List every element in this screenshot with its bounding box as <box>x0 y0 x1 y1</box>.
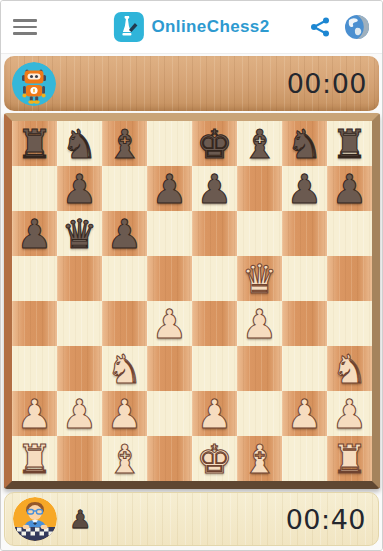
app-header: OnlineChess2 <box>1 1 382 54</box>
black-knight[interactable]: ♞ <box>62 124 98 164</box>
square-d7[interactable]: ♟ <box>147 166 192 211</box>
globe-icon[interactable] <box>344 14 370 40</box>
square-f6[interactable] <box>237 211 282 256</box>
square-g7[interactable]: ♟ <box>282 166 327 211</box>
white-queen[interactable]: ♛ <box>242 259 278 299</box>
menu-button[interactable] <box>13 19 37 35</box>
square-d4[interactable]: ♟ <box>147 301 192 346</box>
square-h7[interactable]: ♟ <box>327 166 372 211</box>
square-h5[interactable] <box>327 256 372 301</box>
square-g4[interactable] <box>282 301 327 346</box>
square-a5[interactable] <box>12 256 57 301</box>
square-a6[interactable]: ♟ <box>12 211 57 256</box>
app-title: OnlineChess2 <box>151 17 269 37</box>
square-d8[interactable] <box>147 121 192 166</box>
hamburger-icon <box>13 32 37 35</box>
square-a4[interactable] <box>12 301 57 346</box>
white-bishop[interactable]: ♝ <box>242 439 278 479</box>
white-pawn[interactable]: ♟ <box>17 394 53 434</box>
white-pawn[interactable]: ♟ <box>332 394 368 434</box>
square-b8[interactable]: ♞ <box>57 121 102 166</box>
white-bishop[interactable]: ♝ <box>107 439 143 479</box>
square-g2[interactable]: ♟ <box>282 391 327 436</box>
square-d2[interactable] <box>147 391 192 436</box>
square-h2[interactable]: ♟ <box>327 391 372 436</box>
square-c3[interactable]: ♞ <box>102 346 147 391</box>
white-knight[interactable]: ♞ <box>332 349 368 389</box>
square-f2[interactable] <box>237 391 282 436</box>
app-brand: OnlineChess2 <box>113 12 269 42</box>
square-e6[interactable] <box>192 211 237 256</box>
square-a8[interactable]: ♜ <box>12 121 57 166</box>
chess-board-frame: ♜♞♝♚♝♞♜♟♟♟♟♟♟♛♟♛♟♟♞♞♟♟♟♟♟♟♜♝♚♝♜ <box>4 113 380 489</box>
square-e2[interactable]: ♟ <box>192 391 237 436</box>
square-g6[interactable] <box>282 211 327 256</box>
black-rook[interactable]: ♜ <box>332 124 368 164</box>
white-rook[interactable]: ♜ <box>17 439 53 479</box>
square-f8[interactable]: ♝ <box>237 121 282 166</box>
square-b6[interactable]: ♛ <box>57 211 102 256</box>
square-e4[interactable] <box>192 301 237 346</box>
game-table: 00:00 ♜♞♝♚♝♞♜♟♟♟♟♟♟♛♟♛♟♟♞♞♟♟♟♟♟♟♜♝♚♝♜ <box>1 54 382 550</box>
square-e1[interactable]: ♚ <box>192 436 237 481</box>
white-pawn[interactable]: ♟ <box>107 394 143 434</box>
square-c1[interactable]: ♝ <box>102 436 147 481</box>
square-b2[interactable]: ♟ <box>57 391 102 436</box>
square-e8[interactable]: ♚ <box>192 121 237 166</box>
white-pawn[interactable]: ♟ <box>62 394 98 434</box>
black-pawn[interactable]: ♟ <box>152 169 188 209</box>
square-h4[interactable] <box>327 301 372 346</box>
square-g5[interactable] <box>282 256 327 301</box>
player-bar: ♟ 00:40 <box>4 492 379 546</box>
square-b4[interactable] <box>57 301 102 346</box>
chess-app-logo-icon <box>113 12 143 42</box>
chess-board: ♜♞♝♚♝♞♜♟♟♟♟♟♟♛♟♛♟♟♞♞♟♟♟♟♟♟♜♝♚♝♜ <box>12 121 372 481</box>
black-pawn[interactable]: ♟ <box>287 169 323 209</box>
square-h3[interactable]: ♞ <box>327 346 372 391</box>
app-window: OnlineChess2 <box>0 0 383 551</box>
square-h1[interactable]: ♜ <box>327 436 372 481</box>
square-f1[interactable]: ♝ <box>237 436 282 481</box>
square-b3[interactable] <box>57 346 102 391</box>
white-pawn[interactable]: ♟ <box>152 304 188 344</box>
square-c4[interactable] <box>102 301 147 346</box>
square-f4[interactable]: ♟ <box>237 301 282 346</box>
opponent-clock: 00:00 <box>287 68 367 99</box>
captured-black-pawn-icon: ♟ <box>69 507 91 532</box>
square-a1[interactable]: ♜ <box>12 436 57 481</box>
black-knight[interactable]: ♞ <box>287 124 323 164</box>
square-e3[interactable] <box>192 346 237 391</box>
square-d5[interactable] <box>147 256 192 301</box>
square-g1[interactable] <box>282 436 327 481</box>
square-a7[interactable] <box>12 166 57 211</box>
black-pawn[interactable]: ♟ <box>197 169 233 209</box>
square-h6[interactable] <box>327 211 372 256</box>
opponent-bar: 00:00 <box>4 56 379 111</box>
black-pawn[interactable]: ♟ <box>17 214 53 254</box>
hamburger-icon <box>13 19 37 22</box>
black-pawn[interactable]: ♟ <box>107 214 143 254</box>
square-c6[interactable]: ♟ <box>102 211 147 256</box>
share-icon[interactable] <box>309 16 331 38</box>
square-a2[interactable]: ♟ <box>12 391 57 436</box>
white-rook[interactable]: ♜ <box>332 439 368 479</box>
square-b1[interactable] <box>57 436 102 481</box>
player-clock: 00:40 <box>286 504 366 535</box>
square-f7[interactable] <box>237 166 282 211</box>
square-a3[interactable] <box>12 346 57 391</box>
header-actions <box>309 14 370 40</box>
white-king[interactable]: ♚ <box>197 439 233 479</box>
square-g8[interactable]: ♞ <box>282 121 327 166</box>
human-avatar[interactable] <box>13 497 57 541</box>
square-e5[interactable] <box>192 256 237 301</box>
square-b7[interactable]: ♟ <box>57 166 102 211</box>
square-b5[interactable] <box>57 256 102 301</box>
black-king[interactable]: ♚ <box>197 124 233 164</box>
square-g3[interactable] <box>282 346 327 391</box>
hamburger-icon <box>13 26 37 29</box>
square-d3[interactable] <box>147 346 192 391</box>
white-pawn[interactable]: ♟ <box>242 304 278 344</box>
black-bishop[interactable]: ♝ <box>242 124 278 164</box>
black-pawn[interactable]: ♟ <box>332 169 368 209</box>
captured-pieces-tray: ♟ <box>69 507 91 532</box>
square-c5[interactable] <box>102 256 147 301</box>
square-d6[interactable] <box>147 211 192 256</box>
robot-avatar[interactable] <box>12 62 56 106</box>
black-rook[interactable]: ♜ <box>17 124 53 164</box>
square-f3[interactable] <box>237 346 282 391</box>
black-pawn[interactable]: ♟ <box>62 169 98 209</box>
square-d1[interactable] <box>147 436 192 481</box>
white-knight[interactable]: ♞ <box>107 349 143 389</box>
square-c2[interactable]: ♟ <box>102 391 147 436</box>
square-f5[interactable]: ♛ <box>237 256 282 301</box>
white-pawn[interactable]: ♟ <box>287 394 323 434</box>
white-pawn[interactable]: ♟ <box>197 394 233 434</box>
square-c8[interactable]: ♝ <box>102 121 147 166</box>
square-c7[interactable] <box>102 166 147 211</box>
square-h8[interactable]: ♜ <box>327 121 372 166</box>
black-queen[interactable]: ♛ <box>62 214 98 254</box>
square-e7[interactable]: ♟ <box>192 166 237 211</box>
black-bishop[interactable]: ♝ <box>107 124 143 164</box>
